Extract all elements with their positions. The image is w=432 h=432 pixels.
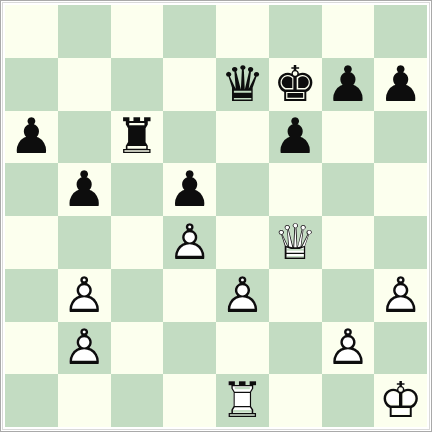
square-a1[interactable] bbox=[5, 374, 58, 427]
square-a7[interactable] bbox=[5, 58, 58, 111]
square-g2[interactable]: ♟♙ bbox=[322, 322, 375, 375]
square-d5[interactable]: ♟ bbox=[163, 163, 216, 216]
square-b3[interactable]: ♟♙ bbox=[58, 269, 111, 322]
square-f7[interactable]: ♚ bbox=[269, 58, 322, 111]
white-pawn[interactable]: ♙ bbox=[58, 269, 111, 322]
square-b4[interactable] bbox=[58, 216, 111, 269]
square-c1[interactable] bbox=[111, 374, 164, 427]
square-g7[interactable]: ♟ bbox=[322, 58, 375, 111]
black-pawn[interactable]: ♟ bbox=[163, 163, 216, 216]
black-pawn[interactable]: ♟ bbox=[374, 58, 427, 111]
black-pawn[interactable]: ♟ bbox=[269, 111, 322, 164]
white-pawn[interactable]: ♙ bbox=[163, 216, 216, 269]
square-h5[interactable] bbox=[374, 163, 427, 216]
square-c3[interactable] bbox=[111, 269, 164, 322]
square-g5[interactable] bbox=[322, 163, 375, 216]
square-b6[interactable] bbox=[58, 111, 111, 164]
square-b7[interactable] bbox=[58, 58, 111, 111]
white-rook[interactable]: ♖ bbox=[216, 374, 269, 427]
square-d1[interactable] bbox=[163, 374, 216, 427]
square-c2[interactable] bbox=[111, 322, 164, 375]
square-g8[interactable] bbox=[322, 5, 375, 58]
square-f6[interactable]: ♟ bbox=[269, 111, 322, 164]
board-frame-inner: ♛♚♟♟♟♜♟♟♟♟♙♛♕♟♙♟♙♟♙♟♙♟♙♜♖♚♔ bbox=[2, 2, 430, 430]
square-b2[interactable]: ♟♙ bbox=[58, 322, 111, 375]
square-e4[interactable] bbox=[216, 216, 269, 269]
square-f1[interactable] bbox=[269, 374, 322, 427]
square-a8[interactable] bbox=[5, 5, 58, 58]
black-pawn[interactable]: ♟ bbox=[322, 58, 375, 111]
square-a6[interactable]: ♟ bbox=[5, 111, 58, 164]
square-c5[interactable] bbox=[111, 163, 164, 216]
square-c7[interactable] bbox=[111, 58, 164, 111]
square-a5[interactable] bbox=[5, 163, 58, 216]
square-d2[interactable] bbox=[163, 322, 216, 375]
square-g6[interactable] bbox=[322, 111, 375, 164]
square-h6[interactable] bbox=[374, 111, 427, 164]
square-h1[interactable]: ♚♔ bbox=[374, 374, 427, 427]
square-b5[interactable]: ♟ bbox=[58, 163, 111, 216]
square-f8[interactable] bbox=[269, 5, 322, 58]
board-frame: ♛♚♟♟♟♜♟♟♟♟♙♛♕♟♙♟♙♟♙♟♙♟♙♜♖♚♔ bbox=[0, 0, 432, 432]
square-b1[interactable] bbox=[58, 374, 111, 427]
square-d3[interactable] bbox=[163, 269, 216, 322]
square-e6[interactable] bbox=[216, 111, 269, 164]
square-d8[interactable] bbox=[163, 5, 216, 58]
black-pawn[interactable]: ♟ bbox=[5, 111, 58, 164]
white-queen[interactable]: ♕ bbox=[269, 216, 322, 269]
square-b8[interactable] bbox=[58, 5, 111, 58]
white-pawn[interactable]: ♙ bbox=[374, 269, 427, 322]
square-h4[interactable] bbox=[374, 216, 427, 269]
square-f4[interactable]: ♛♕ bbox=[269, 216, 322, 269]
square-e7[interactable]: ♛ bbox=[216, 58, 269, 111]
square-g1[interactable] bbox=[322, 374, 375, 427]
square-e2[interactable] bbox=[216, 322, 269, 375]
square-g4[interactable] bbox=[322, 216, 375, 269]
square-d4[interactable]: ♟♙ bbox=[163, 216, 216, 269]
square-e8[interactable] bbox=[216, 5, 269, 58]
white-pawn[interactable]: ♙ bbox=[216, 269, 269, 322]
square-d6[interactable] bbox=[163, 111, 216, 164]
white-pawn[interactable]: ♙ bbox=[58, 322, 111, 375]
black-king[interactable]: ♚ bbox=[269, 58, 322, 111]
square-g3[interactable] bbox=[322, 269, 375, 322]
chess-board: ♛♚♟♟♟♜♟♟♟♟♙♛♕♟♙♟♙♟♙♟♙♟♙♜♖♚♔ bbox=[5, 5, 427, 427]
square-f3[interactable] bbox=[269, 269, 322, 322]
square-a2[interactable] bbox=[5, 322, 58, 375]
square-c6[interactable]: ♜ bbox=[111, 111, 164, 164]
square-d7[interactable] bbox=[163, 58, 216, 111]
black-pawn[interactable]: ♟ bbox=[58, 163, 111, 216]
square-c8[interactable] bbox=[111, 5, 164, 58]
square-f2[interactable] bbox=[269, 322, 322, 375]
square-c4[interactable] bbox=[111, 216, 164, 269]
square-h7[interactable]: ♟ bbox=[374, 58, 427, 111]
square-h2[interactable] bbox=[374, 322, 427, 375]
white-pawn[interactable]: ♙ bbox=[322, 322, 375, 375]
square-a3[interactable] bbox=[5, 269, 58, 322]
square-e3[interactable]: ♟♙ bbox=[216, 269, 269, 322]
black-rook[interactable]: ♜ bbox=[111, 111, 164, 164]
square-e1[interactable]: ♜♖ bbox=[216, 374, 269, 427]
square-e5[interactable] bbox=[216, 163, 269, 216]
white-king[interactable]: ♔ bbox=[374, 374, 427, 427]
square-h8[interactable] bbox=[374, 5, 427, 58]
square-a4[interactable] bbox=[5, 216, 58, 269]
square-h3[interactable]: ♟♙ bbox=[374, 269, 427, 322]
square-f5[interactable] bbox=[269, 163, 322, 216]
black-queen[interactable]: ♛ bbox=[216, 58, 269, 111]
